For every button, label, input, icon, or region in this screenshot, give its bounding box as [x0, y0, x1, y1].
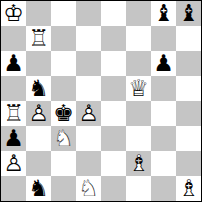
piece-black-bishop[interactable]: ♝: [151, 1, 176, 26]
white-rook-icon: ♖: [1, 101, 26, 126]
white-pawn-icon: ♙: [1, 151, 26, 176]
square-d5[interactable]: [76, 76, 101, 101]
piece-black-knight[interactable]: ♞: [26, 176, 51, 201]
square-g8[interactable]: ♝: [151, 1, 176, 26]
square-f5[interactable]: ♛♕: [126, 76, 151, 101]
square-b4[interactable]: ♟♙: [26, 101, 51, 126]
white-queen-icon: ♕: [126, 76, 151, 101]
square-d4[interactable]: ♟♙: [76, 101, 101, 126]
square-e2[interactable]: [101, 151, 126, 176]
square-b2[interactable]: [26, 151, 51, 176]
white-rook-icon: ♖: [26, 26, 51, 51]
piece-white-rook[interactable]: ♜♖: [26, 26, 51, 51]
white-bishop-icon: ♗: [126, 151, 151, 176]
square-e4[interactable]: [101, 101, 126, 126]
piece-white-bishop[interactable]: ♝♗: [126, 151, 151, 176]
square-h8[interactable]: ♝: [176, 1, 201, 26]
square-e3[interactable]: [101, 126, 126, 151]
piece-black-knight[interactable]: ♞: [26, 76, 51, 101]
square-e7[interactable]: [101, 26, 126, 51]
white-pawn-icon: ♙: [26, 101, 51, 126]
square-f7[interactable]: [126, 26, 151, 51]
square-a7[interactable]: [1, 26, 26, 51]
square-b5[interactable]: ♞: [26, 76, 51, 101]
square-b7[interactable]: ♜♖: [26, 26, 51, 51]
square-f8[interactable]: [126, 1, 151, 26]
square-a5[interactable]: [1, 76, 26, 101]
square-g6[interactable]: ♟: [151, 51, 176, 76]
black-pawn-icon: ♟: [1, 51, 26, 76]
square-h5[interactable]: [176, 76, 201, 101]
black-knight-icon: ♞: [26, 76, 51, 101]
piece-white-knight[interactable]: ♞♘: [51, 126, 76, 151]
chess-board: ♚♔♝♝♜♖♟♟♞♛♕♜♖♟♙♚♟♙♟♞♘♟♙♝♗♞♞♘♝♗: [0, 0, 202, 202]
piece-white-rook[interactable]: ♜♖: [1, 101, 26, 126]
piece-white-bishop[interactable]: ♝♗: [176, 176, 201, 201]
square-d7[interactable]: [76, 26, 101, 51]
square-e6[interactable]: [101, 51, 126, 76]
black-bishop-icon: ♝: [176, 1, 201, 26]
square-d8[interactable]: [76, 1, 101, 26]
white-pawn-icon: ♙: [76, 101, 101, 126]
black-king-icon: ♚: [51, 101, 76, 126]
piece-black-king[interactable]: ♚: [51, 101, 76, 126]
square-h1[interactable]: ♝♗: [176, 176, 201, 201]
piece-black-pawn[interactable]: ♟: [1, 51, 26, 76]
square-c2[interactable]: [51, 151, 76, 176]
square-f6[interactable]: [126, 51, 151, 76]
square-d3[interactable]: [76, 126, 101, 151]
white-king-icon: ♔: [1, 1, 26, 26]
piece-black-pawn[interactable]: ♟: [1, 126, 26, 151]
black-pawn-icon: ♟: [1, 126, 26, 151]
piece-white-pawn[interactable]: ♟♙: [76, 101, 101, 126]
square-g7[interactable]: [151, 26, 176, 51]
white-knight-icon: ♘: [51, 126, 76, 151]
square-f2[interactable]: ♝♗: [126, 151, 151, 176]
piece-white-king[interactable]: ♚♔: [1, 1, 26, 26]
square-g4[interactable]: [151, 101, 176, 126]
square-g2[interactable]: [151, 151, 176, 176]
square-c3[interactable]: ♞♘: [51, 126, 76, 151]
piece-white-pawn[interactable]: ♟♙: [1, 151, 26, 176]
piece-black-bishop[interactable]: ♝: [176, 1, 201, 26]
square-b1[interactable]: ♞: [26, 176, 51, 201]
square-c5[interactable]: [51, 76, 76, 101]
square-a4[interactable]: ♜♖: [1, 101, 26, 126]
black-knight-icon: ♞: [26, 176, 51, 201]
square-c6[interactable]: [51, 51, 76, 76]
square-d2[interactable]: [76, 151, 101, 176]
square-e5[interactable]: [101, 76, 126, 101]
square-h3[interactable]: [176, 126, 201, 151]
square-d6[interactable]: [76, 51, 101, 76]
piece-white-queen[interactable]: ♛♕: [126, 76, 151, 101]
square-a8[interactable]: ♚♔: [1, 1, 26, 26]
square-f4[interactable]: [126, 101, 151, 126]
square-e8[interactable]: [101, 1, 126, 26]
square-h2[interactable]: [176, 151, 201, 176]
square-g5[interactable]: [151, 76, 176, 101]
square-d1[interactable]: ♞♘: [76, 176, 101, 201]
white-knight-icon: ♘: [76, 176, 101, 201]
square-a6[interactable]: ♟: [1, 51, 26, 76]
square-f3[interactable]: [126, 126, 151, 151]
square-h6[interactable]: [176, 51, 201, 76]
square-b3[interactable]: [26, 126, 51, 151]
piece-white-knight[interactable]: ♞♘: [76, 176, 101, 201]
square-b8[interactable]: [26, 1, 51, 26]
square-c4[interactable]: ♚: [51, 101, 76, 126]
square-g1[interactable]: [151, 176, 176, 201]
square-a3[interactable]: ♟: [1, 126, 26, 151]
square-c8[interactable]: [51, 1, 76, 26]
piece-white-pawn[interactable]: ♟♙: [26, 101, 51, 126]
square-e1[interactable]: [101, 176, 126, 201]
square-a2[interactable]: ♟♙: [1, 151, 26, 176]
black-bishop-icon: ♝: [151, 1, 176, 26]
square-g3[interactable]: [151, 126, 176, 151]
black-pawn-icon: ♟: [151, 51, 176, 76]
square-c7[interactable]: [51, 26, 76, 51]
white-bishop-icon: ♗: [176, 176, 201, 201]
square-h7[interactable]: [176, 26, 201, 51]
square-f1[interactable]: [126, 176, 151, 201]
square-b6[interactable]: [26, 51, 51, 76]
square-h4[interactable]: [176, 101, 201, 126]
square-a1[interactable]: [1, 176, 26, 201]
square-c1[interactable]: [51, 176, 76, 201]
piece-black-pawn[interactable]: ♟: [151, 51, 176, 76]
